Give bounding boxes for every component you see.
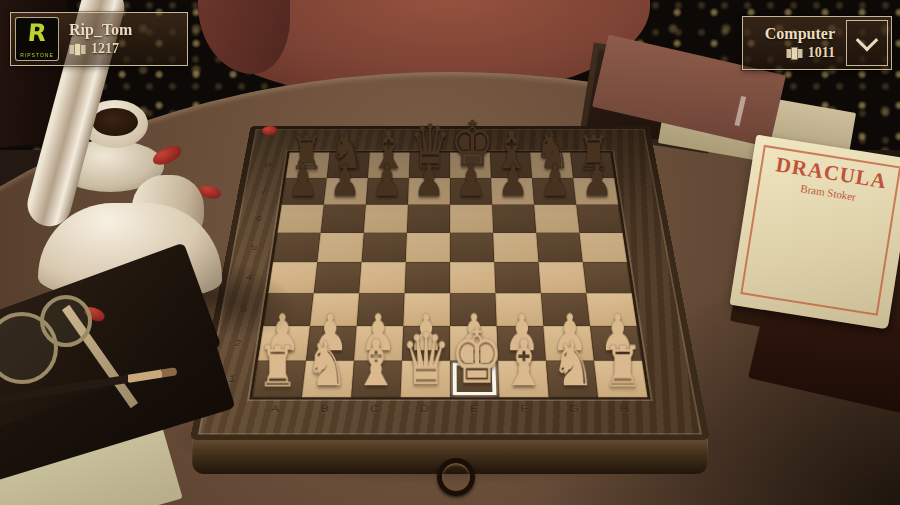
rank-label-5: 5	[239, 233, 270, 262]
opponent-dropdown-button[interactable]	[846, 20, 888, 66]
file-label-C: C	[350, 403, 400, 414]
file-label-A: A	[250, 403, 301, 414]
square-g1[interactable]: ♞	[546, 361, 598, 398]
elo-badge-icon	[69, 43, 86, 56]
piece-black-p-f7[interactable]: ♟	[492, 159, 534, 203]
avatar: R RIPSTONE	[15, 17, 59, 61]
rank-label-7: 7	[250, 178, 279, 205]
square-h1[interactable]: ♜	[594, 361, 648, 398]
square-f7[interactable]: ♟	[491, 178, 534, 205]
black-player-name: Computer	[765, 25, 835, 43]
piece-black-p-a7[interactable]: ♟	[282, 159, 324, 203]
player-card-white: R RIPSTONE Rip_Tom 1217	[10, 12, 188, 66]
book-spine-label	[734, 96, 746, 126]
piece-white-r-a1[interactable]: ♜	[253, 338, 302, 395]
piece-black-p-h7[interactable]: ♟	[576, 159, 618, 203]
piece-black-p-b7[interactable]: ♟	[324, 159, 366, 203]
elo-badge-icon	[786, 47, 803, 60]
square-d7[interactable]: ♟	[408, 178, 450, 205]
square-b1[interactable]: ♞	[302, 361, 354, 398]
ripstone-logo-icon: R	[15, 19, 60, 47]
coffee-surface	[92, 108, 138, 136]
file-label-D: D	[400, 403, 450, 414]
chevron-down-icon	[856, 29, 879, 52]
square-d1[interactable]: ♛	[401, 361, 450, 398]
file-label-F: F	[500, 403, 550, 414]
piece-white-b-c1[interactable]: ♝	[351, 331, 400, 395]
piece-white-k-e1[interactable]: ♚	[450, 318, 499, 395]
piece-black-p-c7[interactable]: ♟	[366, 159, 408, 203]
square-c1[interactable]: ♝	[351, 361, 402, 398]
rank-label-6: 6	[244, 205, 274, 233]
piece-black-p-e7[interactable]: ♟	[450, 159, 492, 203]
square-g7[interactable]: ♟	[532, 178, 576, 205]
square-h7[interactable]: ♟	[573, 178, 618, 205]
square-e7[interactable]: ♟	[450, 178, 492, 205]
white-player-rating: 1217	[91, 41, 119, 57]
white-player-name: Rip_Tom	[69, 21, 132, 39]
file-label-B: B	[300, 403, 351, 414]
square-a1[interactable]: ♜	[252, 361, 306, 398]
piece-black-p-d7[interactable]: ♟	[408, 159, 450, 203]
square-c7[interactable]: ♟	[366, 178, 409, 205]
piece-white-n-b1[interactable]: ♞	[302, 333, 351, 395]
black-player-rating: 1011	[808, 45, 835, 61]
rank-label-8: 8	[254, 153, 282, 178]
file-label-G: G	[549, 403, 600, 414]
piece-white-n-g1[interactable]: ♞	[549, 333, 598, 395]
piece-white-b-f1[interactable]: ♝	[499, 331, 548, 395]
file-label-E: E	[450, 403, 500, 414]
player-card-black[interactable]: Computer 1011	[742, 16, 892, 70]
square-f1[interactable]: ♝	[498, 361, 549, 398]
drawer-ring-handle	[437, 458, 475, 496]
square-e1[interactable]: ♚	[450, 361, 499, 398]
piece-white-r-h1[interactable]: ♜	[598, 338, 647, 395]
file-label-H: H	[599, 403, 650, 414]
ripstone-brand-label: RIPSTONE	[16, 52, 58, 58]
game-scene: DRACULA Bram Stoker ♜♞♝♛♚♝♞♜♟♟♟♟♟♟♟♟♟♟♟♟…	[0, 0, 900, 505]
square-a7[interactable]: ♟	[282, 178, 327, 205]
square-b7[interactable]: ♟	[324, 178, 368, 205]
dracula-book: DRACULA Bram Stoker	[730, 135, 900, 330]
spectacles-lens	[40, 295, 92, 347]
piece-white-q-d1[interactable]: ♛	[401, 323, 450, 395]
piece-black-p-g7[interactable]: ♟	[534, 159, 576, 203]
